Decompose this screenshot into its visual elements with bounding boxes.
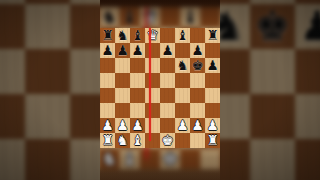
black-bishop[interactable]: ♝ (130, 28, 145, 43)
square-b1: ♞ (100, 149, 120, 169)
square-h5[interactable] (205, 73, 220, 88)
square-d5[interactable] (145, 73, 160, 88)
square-g3 (250, 139, 295, 180)
square-f1[interactable] (175, 133, 190, 148)
square-c1[interactable]: ♝ (130, 133, 145, 148)
square-e7[interactable]: ♟ (160, 43, 175, 58)
square-h4 (295, 94, 320, 139)
square-d7[interactable] (145, 43, 160, 58)
square-d2[interactable] (145, 118, 160, 133)
square-a5 (0, 49, 25, 94)
square-h5 (295, 49, 320, 94)
white-pawn[interactable]: ♟ (205, 118, 220, 133)
square-g7[interactable]: ♟ (190, 43, 205, 58)
square-a4 (0, 94, 25, 139)
square-g5[interactable] (190, 73, 205, 88)
white-pawn[interactable]: ♟ (190, 118, 205, 133)
short-video-column: ♜♞♝♛♝♜♟♟♟♟♟♞♚♟♟♟♟♟♟♟♜♞♝♚♜ ♜♞♝♛♝♜♟♟♟♟♟♞♚♟… (100, 0, 220, 180)
square-c8: ♝ (120, 7, 140, 27)
square-d1 (140, 149, 160, 169)
square-g1[interactable] (190, 133, 205, 148)
white-rook[interactable]: ♜ (100, 133, 115, 148)
square-h7[interactable] (205, 43, 220, 58)
black-bishop[interactable]: ♝ (175, 28, 190, 43)
square-a6[interactable] (100, 58, 115, 73)
white-king: ♚ (160, 149, 180, 169)
black-bishop: ♝ (180, 7, 200, 27)
square-e2[interactable] (160, 118, 175, 133)
square-f1 (180, 149, 200, 169)
square-b6 (25, 4, 70, 49)
square-b8: ♞ (100, 7, 120, 27)
square-g4[interactable] (190, 88, 205, 103)
square-h3 (295, 139, 320, 180)
square-g6: ♚ (250, 4, 295, 49)
square-e1: ♚ (160, 149, 180, 169)
square-f4[interactable] (175, 88, 190, 103)
square-g6[interactable]: ♚ (190, 58, 205, 73)
square-e1[interactable]: ♚ (160, 133, 175, 148)
square-a8[interactable]: ♜ (100, 28, 115, 43)
square-a6 (0, 4, 25, 49)
white-queen: ♛ (140, 7, 160, 27)
white-queen[interactable]: ♛ (145, 28, 160, 43)
square-a1[interactable]: ♜ (100, 133, 115, 148)
white-pawn[interactable]: ♟ (100, 118, 115, 133)
square-c1: ♝ (120, 149, 140, 169)
square-a3 (0, 139, 25, 180)
black-knight[interactable]: ♞ (115, 28, 130, 43)
black-pawn[interactable]: ♟ (160, 43, 175, 58)
square-g4 (250, 94, 295, 139)
square-b5[interactable] (115, 73, 130, 88)
white-pawn[interactable]: ♟ (130, 118, 145, 133)
square-f6[interactable]: ♞ (175, 58, 190, 73)
black-pawn[interactable]: ♟ (205, 58, 220, 73)
square-h6[interactable]: ♟ (205, 58, 220, 73)
square-c7[interactable]: ♟ (130, 43, 145, 58)
square-h8[interactable]: ♜ (205, 28, 220, 43)
square-f3[interactable] (175, 103, 190, 118)
square-e5[interactable] (160, 73, 175, 88)
square-b4[interactable] (115, 88, 130, 103)
square-b1[interactable]: ♞ (115, 133, 130, 148)
square-b8[interactable]: ♞ (115, 28, 130, 43)
black-king: ♚ (250, 4, 295, 49)
black-pawn: ♟ (295, 4, 320, 49)
white-pawn[interactable]: ♟ (175, 118, 190, 133)
square-b7[interactable]: ♟ (115, 43, 130, 58)
square-g1 (201, 149, 221, 169)
move-arrow-d1-d8 (149, 28, 152, 141)
square-c6[interactable] (130, 58, 145, 73)
white-bishop[interactable]: ♝ (130, 133, 145, 148)
black-rook[interactable]: ♜ (100, 28, 115, 43)
white-king[interactable]: ♚ (160, 133, 175, 148)
square-a4[interactable] (100, 88, 115, 103)
square-a5[interactable] (100, 73, 115, 88)
square-f5[interactable] (175, 73, 190, 88)
black-pawn[interactable]: ♟ (130, 43, 145, 58)
square-f7[interactable] (175, 43, 190, 58)
square-c4[interactable] (130, 88, 145, 103)
square-b4 (25, 94, 70, 139)
square-g2[interactable]: ♟ (190, 118, 205, 133)
square-d8[interactable]: ♛ (145, 28, 160, 43)
square-g8[interactable] (190, 28, 205, 43)
black-rook[interactable]: ♜ (205, 28, 220, 43)
black-bishop: ♝ (120, 7, 140, 27)
square-f8: ♝ (180, 7, 200, 27)
square-f2[interactable]: ♟ (175, 118, 190, 133)
square-g3[interactable] (190, 103, 205, 118)
square-g8 (201, 7, 221, 27)
square-e3[interactable] (160, 103, 175, 118)
square-c2[interactable]: ♟ (130, 118, 145, 133)
video-frame: ♜♞♝♛♝♜♟♟♟♟♟♞♚♟♟♟♟♟♟♟♜♞♝♚♜ ♜♞♝♛♝♜♟♟♟♟♟♞♚♟… (0, 0, 320, 180)
square-d4[interactable] (145, 88, 160, 103)
square-g5 (250, 49, 295, 94)
square-d3[interactable] (145, 103, 160, 118)
square-c3[interactable] (130, 103, 145, 118)
square-c5[interactable] (130, 73, 145, 88)
square-b5 (25, 49, 70, 94)
square-c8[interactable]: ♝ (130, 28, 145, 43)
square-h1[interactable]: ♜ (205, 133, 220, 148)
square-e8 (160, 7, 180, 27)
white-pawn[interactable]: ♟ (115, 118, 130, 133)
square-e8[interactable] (160, 28, 175, 43)
square-d6[interactable] (145, 58, 160, 73)
square-e6[interactable] (160, 58, 175, 73)
black-pawn[interactable]: ♟ (115, 43, 130, 58)
square-b6[interactable] (115, 58, 130, 73)
square-h3[interactable] (205, 103, 220, 118)
square-b2[interactable]: ♟ (115, 118, 130, 133)
black-pawn[interactable]: ♟ (100, 43, 115, 58)
chess-board[interactable]: ♜♞♝♛♝♜♟♟♟♟♟♞♚♟♟♟♟♟♟♟♜♞♝♚♜ (100, 28, 220, 148)
square-e4[interactable] (160, 88, 175, 103)
square-d8: ♛ (140, 7, 160, 27)
black-king[interactable]: ♚ (190, 58, 205, 73)
square-a3[interactable] (100, 103, 115, 118)
white-knight: ♞ (100, 149, 120, 169)
square-h2[interactable]: ♟ (205, 118, 220, 133)
square-a2[interactable]: ♟ (100, 118, 115, 133)
square-h6: ♟ (295, 4, 320, 49)
square-f8[interactable]: ♝ (175, 28, 190, 43)
black-pawn[interactable]: ♟ (190, 43, 205, 58)
white-knight[interactable]: ♞ (115, 133, 130, 148)
black-knight: ♞ (100, 7, 120, 27)
square-d1[interactable] (145, 133, 160, 148)
square-b3 (25, 139, 70, 180)
black-knight[interactable]: ♞ (175, 58, 190, 73)
square-b3[interactable] (115, 103, 130, 118)
white-bishop: ♝ (120, 149, 140, 169)
square-h4[interactable] (205, 88, 220, 103)
white-rook[interactable]: ♜ (205, 133, 220, 148)
square-a7[interactable]: ♟ (100, 43, 115, 58)
